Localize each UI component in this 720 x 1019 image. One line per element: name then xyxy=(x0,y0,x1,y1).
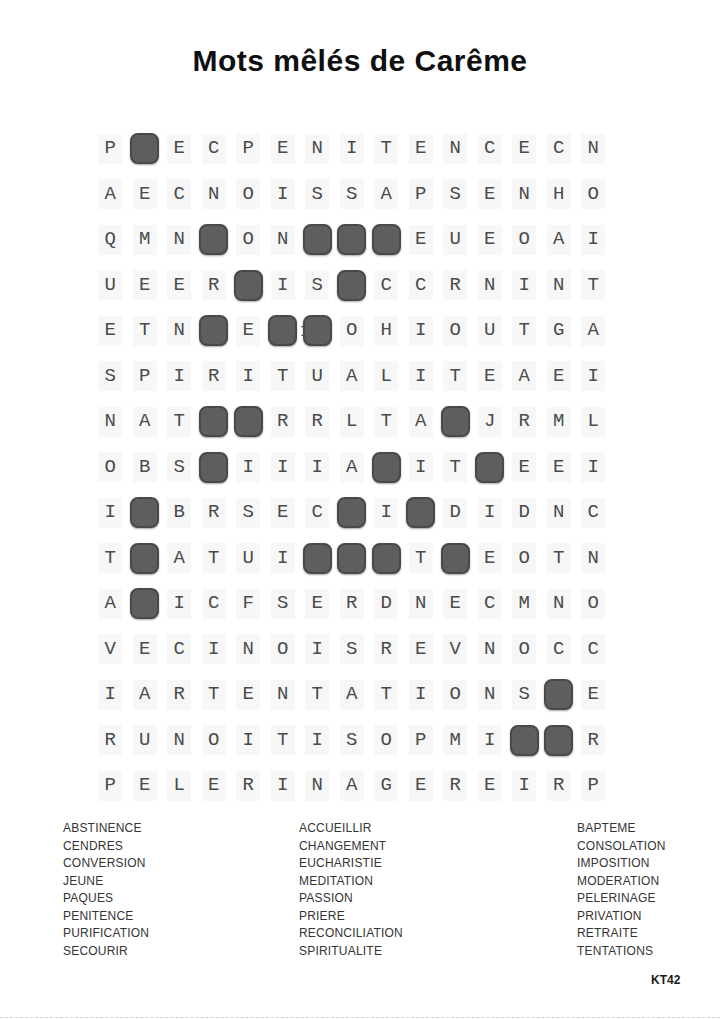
grid-cell[interactable] xyxy=(369,536,404,582)
grid-letter: I xyxy=(236,725,260,755)
grid-cell[interactable]: E xyxy=(128,263,163,309)
grid-letter: I xyxy=(305,452,329,482)
grid-cell[interactable] xyxy=(335,217,370,263)
grid-cell[interactable]: T xyxy=(369,126,404,172)
grid-letter: E xyxy=(271,134,295,164)
grid-cell[interactable]: N xyxy=(162,217,197,263)
grid-cell[interactable]: I xyxy=(162,354,197,400)
grid-letter: N xyxy=(512,179,536,209)
grid-cell[interactable]: N xyxy=(438,126,473,172)
grid-cell[interactable] xyxy=(438,399,473,445)
grid-cell[interactable]: I xyxy=(93,490,128,536)
word-list-item: PELERINAGE xyxy=(577,890,666,908)
grid-letter: O xyxy=(512,634,536,664)
grid-cell[interactable]: Q xyxy=(93,217,128,263)
grid-cell[interactable]: D xyxy=(369,581,404,627)
grid-letter: N xyxy=(167,225,191,255)
grid-cell[interactable] xyxy=(300,217,335,263)
grid-cell[interactable]: N xyxy=(300,126,335,172)
grid-cell[interactable]: C xyxy=(162,627,197,673)
grid-cell[interactable]: R xyxy=(438,763,473,809)
grid-letter: T xyxy=(409,543,433,573)
grid-letter: I xyxy=(409,452,433,482)
word-list-column: ACCUEILLIRCHANGEMENTEUCHARISTIEMEDITATIO… xyxy=(299,820,403,960)
grid-cell[interactable] xyxy=(197,308,232,354)
grid-cell[interactable]: S xyxy=(438,172,473,218)
grid-cell[interactable]: C xyxy=(576,490,611,536)
grid-cell[interactable]: I xyxy=(404,354,439,400)
blocked-cell-marker xyxy=(130,588,159,619)
grid-cell[interactable]: N xyxy=(542,581,577,627)
grid-cell[interactable]: I xyxy=(266,263,301,309)
grid-letter: O xyxy=(98,452,122,482)
grid-cell[interactable]: A xyxy=(335,763,370,809)
grid-cell[interactable]: C xyxy=(369,263,404,309)
grid-cell[interactable]: E xyxy=(473,536,508,582)
grid-letter: I xyxy=(271,543,295,573)
grid-cell[interactable]: M xyxy=(128,217,163,263)
grid-cell[interactable]: A xyxy=(93,172,128,218)
grid-cell[interactable]: R xyxy=(576,718,611,764)
grid-cell[interactable]: I xyxy=(473,490,508,536)
grid-cell[interactable]: S xyxy=(507,672,542,718)
grid-cell[interactable]: A xyxy=(93,581,128,627)
grid-cell[interactable] xyxy=(231,263,266,309)
grid-cell[interactable]: S xyxy=(231,490,266,536)
grid-cell[interactable]: S xyxy=(300,263,335,309)
grid-cell[interactable]: 1 xyxy=(300,308,335,354)
grid-cell[interactable]: N xyxy=(542,263,577,309)
grid-cell[interactable]: E xyxy=(404,763,439,809)
grid-cell[interactable]: M xyxy=(438,718,473,764)
grid-cell[interactable]: I xyxy=(576,217,611,263)
grid-cell[interactable]: U xyxy=(128,718,163,764)
grid-letter: A xyxy=(374,179,398,209)
grid-cell[interactable]: L xyxy=(369,354,404,400)
grid-cell[interactable]: M xyxy=(507,581,542,627)
grid-letter: D xyxy=(443,498,467,528)
blocked-cell-marker xyxy=(372,452,401,483)
grid-letter: S xyxy=(236,498,260,528)
grid-cell[interactable]: A xyxy=(542,217,577,263)
word-list-item: MEDITATION xyxy=(299,873,403,891)
grid-cell[interactable]: S xyxy=(162,445,197,491)
grid-letter: P xyxy=(409,179,433,209)
grid-cell[interactable]: E xyxy=(231,308,266,354)
grid-letter: S xyxy=(305,270,329,300)
grid-cell[interactable]: T xyxy=(438,354,473,400)
word-list-column: BAPTEMECONSOLATIONIMPOSITIONMODERATIONPE… xyxy=(577,820,666,960)
grid-cell[interactable]: T xyxy=(404,536,439,582)
grid-cell[interactable] xyxy=(128,581,163,627)
grid-cell[interactable]: C xyxy=(576,627,611,673)
grid-cell[interactable]: E xyxy=(473,354,508,400)
grid-cell[interactable]: N xyxy=(576,536,611,582)
grid-cell[interactable]: N xyxy=(231,627,266,673)
grid-cell[interactable]: N xyxy=(542,490,577,536)
grid-cell[interactable]: R xyxy=(266,399,301,445)
grid-cell[interactable]: I xyxy=(231,354,266,400)
grid-cell[interactable]: R xyxy=(369,627,404,673)
grid-cell[interactable]: T xyxy=(128,308,163,354)
grid-cell[interactable]: D xyxy=(507,490,542,536)
grid-cell[interactable]: T xyxy=(197,672,232,718)
grid-letter: H xyxy=(547,179,571,209)
grid-cell[interactable]: R xyxy=(507,399,542,445)
grid-cell[interactable]: R xyxy=(335,581,370,627)
grid-cell[interactable]: C xyxy=(300,490,335,536)
blocked-cell-marker xyxy=(406,497,435,528)
grid-cell[interactable]: H xyxy=(369,308,404,354)
grid-letter: A xyxy=(547,225,571,255)
grid-cell[interactable]: P xyxy=(576,763,611,809)
grid-cell[interactable]: J xyxy=(473,399,508,445)
blocked-cell-marker xyxy=(199,224,228,255)
grid-cell[interactable]: A xyxy=(128,672,163,718)
grid-cell[interactable]: O xyxy=(197,718,232,764)
grid-cell[interactable]: C xyxy=(542,126,577,172)
grid-cell[interactable]: A xyxy=(335,445,370,491)
grid-cell[interactable]: M xyxy=(542,399,577,445)
grid-cell[interactable]: N xyxy=(404,581,439,627)
grid-cell[interactable]: O xyxy=(266,627,301,673)
grid-cell[interactable]: N xyxy=(162,718,197,764)
grid-cell[interactable]: C xyxy=(473,581,508,627)
grid-cell[interactable]: E xyxy=(404,627,439,673)
grid-cell[interactable]: T xyxy=(93,536,128,582)
grid-letter: L xyxy=(581,407,605,437)
grid-cell[interactable]: O xyxy=(507,217,542,263)
grid-cell[interactable]: N xyxy=(473,627,508,673)
grid-cell[interactable]: E xyxy=(542,354,577,400)
word-list: ABSTINENCECENDRESCONVERSIONJEUNEPAQUESPE… xyxy=(0,820,720,970)
grid-cell[interactable]: E xyxy=(128,763,163,809)
blocked-cell-marker xyxy=(372,224,401,255)
grid-cell[interactable]: R xyxy=(438,263,473,309)
grid-letter: H xyxy=(374,316,398,346)
grid-cell[interactable]: U xyxy=(473,308,508,354)
grid-letter: E xyxy=(443,589,467,619)
grid-cell[interactable]: E xyxy=(300,581,335,627)
grid-cell[interactable]: I xyxy=(93,672,128,718)
grid-cell[interactable]: T xyxy=(369,672,404,718)
grid-cell[interactable]: I xyxy=(231,718,266,764)
grid-cell[interactable]: E xyxy=(93,308,128,354)
grid-cell[interactable]: A xyxy=(507,354,542,400)
grid-letter: R xyxy=(202,270,226,300)
grid-cell[interactable]: O xyxy=(438,308,473,354)
grid-cell[interactable]: T xyxy=(162,399,197,445)
grid-cell[interactable]: P xyxy=(93,126,128,172)
grid-cell[interactable]: P xyxy=(231,126,266,172)
grid-cell[interactable] xyxy=(266,308,301,354)
worksheet-page: Mots mêlés de Carême PECPENITENCECNAECNO… xyxy=(0,0,720,1019)
grid-cell[interactable]: E xyxy=(266,490,301,536)
grid-cell[interactable]: R xyxy=(300,399,335,445)
grid-cell[interactable]: O xyxy=(576,172,611,218)
grid-letter: E xyxy=(236,316,260,346)
grid-cell[interactable]: S xyxy=(300,172,335,218)
blocked-cell-marker xyxy=(337,543,366,574)
grid-cell[interactable] xyxy=(404,490,439,536)
grid-cell[interactable]: I xyxy=(266,536,301,582)
grid-cell[interactable]: I xyxy=(473,718,508,764)
grid-letter: A xyxy=(340,452,364,482)
grid-cell[interactable]: T xyxy=(369,399,404,445)
grid-cell[interactable]: O xyxy=(231,172,266,218)
grid-letter: I xyxy=(478,498,502,528)
grid-cell[interactable]: I xyxy=(404,672,439,718)
grid-letter: R xyxy=(374,634,398,664)
grid-cell[interactable]: R xyxy=(197,490,232,536)
blocked-cell-marker xyxy=(199,452,228,483)
grid-cell[interactable]: O xyxy=(576,581,611,627)
grid-cell[interactable]: O xyxy=(335,308,370,354)
grid-cell[interactable]: A xyxy=(576,308,611,354)
grid-cell[interactable]: O xyxy=(369,718,404,764)
grid-cell[interactable]: E xyxy=(542,445,577,491)
grid-cell[interactable]: C xyxy=(197,126,232,172)
grid-cell[interactable]: T xyxy=(300,672,335,718)
grid-cell[interactable] xyxy=(335,490,370,536)
grid-cell[interactable]: S xyxy=(335,718,370,764)
word-list-item: CHANGEMENT xyxy=(299,838,403,856)
grid-cell[interactable] xyxy=(197,217,232,263)
grid-cell[interactable] xyxy=(369,445,404,491)
grid-letter: G xyxy=(547,316,571,346)
grid-cell[interactable]: G xyxy=(542,308,577,354)
grid-cell[interactable]: N xyxy=(300,763,335,809)
grid-cell[interactable]: O xyxy=(231,217,266,263)
grid-cell[interactable]: T xyxy=(576,263,611,309)
word-list-item: JEUNE xyxy=(63,873,149,891)
grid-cell[interactable]: I xyxy=(162,581,197,627)
grid-cell[interactable]: I xyxy=(300,445,335,491)
grid-cell[interactable]: R xyxy=(542,763,577,809)
grid-letter: B xyxy=(167,498,191,528)
grid-cell[interactable]: E xyxy=(438,581,473,627)
grid-cell[interactable]: O xyxy=(93,445,128,491)
grid-cell[interactable]: R xyxy=(197,354,232,400)
grid-cell[interactable]: E xyxy=(266,126,301,172)
blocked-cell-marker xyxy=(372,543,401,574)
grid-cell[interactable]: C xyxy=(473,126,508,172)
grid-cell[interactable]: I xyxy=(266,445,301,491)
word-list-item: SPIRITUALITE xyxy=(299,943,403,961)
grid-cell[interactable]: I xyxy=(197,627,232,673)
grid-cell[interactable]: I xyxy=(507,263,542,309)
grid-cell[interactable]: E xyxy=(162,126,197,172)
grid-cell[interactable]: O xyxy=(507,536,542,582)
grid-cell[interactable]: E xyxy=(404,126,439,172)
blocked-cell-marker xyxy=(303,224,332,255)
blocked-cell-marker xyxy=(199,406,228,437)
blocked-cell-marker xyxy=(510,725,539,756)
grid-cell[interactable]: A xyxy=(369,172,404,218)
word-list-item: TENTATIONS xyxy=(577,943,666,961)
grid-cell[interactable]: U xyxy=(300,354,335,400)
grid-cell[interactable]: I xyxy=(231,445,266,491)
grid-cell[interactable]: E xyxy=(473,172,508,218)
grid-cell[interactable]: H xyxy=(542,172,577,218)
grid-letter: N xyxy=(167,316,191,346)
grid-cell[interactable]: C xyxy=(404,263,439,309)
grid-letter: T xyxy=(374,134,398,164)
grid-cell[interactable]: N xyxy=(162,308,197,354)
grid-cell[interactable]: I xyxy=(507,763,542,809)
grid-letter: A xyxy=(512,361,536,391)
grid-letter: E xyxy=(409,634,433,664)
grid-cell[interactable]: E xyxy=(231,672,266,718)
grid-cell[interactable]: A xyxy=(128,399,163,445)
grid-letter: R xyxy=(167,680,191,710)
grid-letter: E xyxy=(133,634,157,664)
grid-cell[interactable]: I xyxy=(300,718,335,764)
grid-cell[interactable]: T xyxy=(266,354,301,400)
grid-cell[interactable]: P xyxy=(128,354,163,400)
grid-cell[interactable]: C xyxy=(542,627,577,673)
grid-cell[interactable]: S xyxy=(266,581,301,627)
grid-letter: V xyxy=(98,634,122,664)
grid-cell[interactable]: T xyxy=(438,445,473,491)
grid-cell[interactable]: I xyxy=(300,627,335,673)
word-list-item: PRIERE xyxy=(299,908,403,926)
grid-cell[interactable]: U xyxy=(231,536,266,582)
grid-cell[interactable]: A xyxy=(335,672,370,718)
grid-cell[interactable]: B xyxy=(128,445,163,491)
grid-cell[interactable]: P xyxy=(404,172,439,218)
grid-cell[interactable]: T xyxy=(266,718,301,764)
grid-cell[interactable]: N xyxy=(93,399,128,445)
grid-cell[interactable]: D xyxy=(438,490,473,536)
grid-cell[interactable]: E xyxy=(507,445,542,491)
grid-cell[interactable]: E xyxy=(576,672,611,718)
grid-letter: T xyxy=(271,361,295,391)
grid-cell[interactable]: I xyxy=(266,172,301,218)
grid-letter: E xyxy=(236,680,260,710)
grid-cell[interactable]: S xyxy=(93,354,128,400)
grid-cell[interactable]: E xyxy=(128,172,163,218)
grid-cell[interactable]: N xyxy=(266,217,301,263)
grid-cell[interactable]: E xyxy=(473,217,508,263)
grid-cell[interactable]: E xyxy=(128,627,163,673)
grid-cell[interactable]: P xyxy=(93,763,128,809)
grid-cell[interactable] xyxy=(438,536,473,582)
grid-letter: E xyxy=(478,543,502,573)
grid-letter: C xyxy=(167,634,191,664)
grid-cell[interactable] xyxy=(542,672,577,718)
grid-letter: E xyxy=(478,179,502,209)
grid-cell[interactable]: B xyxy=(162,490,197,536)
grid-cell[interactable]: N xyxy=(576,126,611,172)
grid-cell[interactable]: S xyxy=(335,627,370,673)
grid-letter: E xyxy=(512,134,536,164)
grid-cell[interactable] xyxy=(542,718,577,764)
grid-cell[interactable]: U xyxy=(93,263,128,309)
grid-letter: S xyxy=(340,179,364,209)
grid-cell[interactable]: E xyxy=(507,126,542,172)
grid-cell[interactable]: O xyxy=(438,672,473,718)
grid-cell[interactable]: C xyxy=(162,172,197,218)
grid-cell[interactable]: R xyxy=(197,263,232,309)
grid-cell[interactable]: R xyxy=(93,718,128,764)
grid-cell[interactable]: V xyxy=(93,627,128,673)
grid-cell[interactable]: I xyxy=(404,308,439,354)
grid-cell[interactable]: R xyxy=(162,672,197,718)
grid-cell[interactable]: V xyxy=(438,627,473,673)
grid-cell[interactable]: O xyxy=(507,627,542,673)
grid-cell[interactable]: N xyxy=(473,672,508,718)
grid-cell[interactable]: A xyxy=(404,399,439,445)
grid-letter: C xyxy=(167,179,191,209)
grid-cell[interactable]: I xyxy=(576,354,611,400)
grid-cell[interactable] xyxy=(197,399,232,445)
grid-cell[interactable]: L xyxy=(335,399,370,445)
grid-cell[interactable] xyxy=(300,536,335,582)
grid-cell[interactable] xyxy=(335,536,370,582)
grid-cell[interactable]: T xyxy=(542,536,577,582)
grid-letter: E xyxy=(547,361,571,391)
grid-letter: E xyxy=(478,771,502,801)
grid-cell[interactable] xyxy=(507,718,542,764)
grid-cell[interactable]: U xyxy=(438,217,473,263)
grid-cell[interactable] xyxy=(197,445,232,491)
grid-cell[interactable]: P xyxy=(404,718,439,764)
grid-cell[interactable]: N xyxy=(507,172,542,218)
grid-cell[interactable]: I xyxy=(404,445,439,491)
grid-cell[interactable]: I xyxy=(335,126,370,172)
grid-cell[interactable] xyxy=(335,263,370,309)
grid-cell[interactable]: A xyxy=(335,354,370,400)
grid-letter: E xyxy=(167,270,191,300)
blocked-cell-marker xyxy=(441,543,470,574)
grid-letter: O xyxy=(512,543,536,573)
grid-cell[interactable]: L xyxy=(576,399,611,445)
grid-cell[interactable]: E xyxy=(473,763,508,809)
grid-letter: N xyxy=(547,589,571,619)
grid-cell[interactable] xyxy=(231,399,266,445)
grid-cell[interactable]: I xyxy=(369,490,404,536)
grid-cell[interactable] xyxy=(128,536,163,582)
grid-cell[interactable]: F xyxy=(231,581,266,627)
grid-cell[interactable] xyxy=(128,490,163,536)
grid-letter: C xyxy=(478,589,502,619)
grid-letter: O xyxy=(271,634,295,664)
grid-cell[interactable]: E xyxy=(162,263,197,309)
page-bottom-edge xyxy=(0,1017,720,1018)
grid-cell[interactable] xyxy=(473,445,508,491)
grid-cell[interactable]: T xyxy=(507,308,542,354)
grid-cell[interactable]: N xyxy=(197,172,232,218)
grid-cell[interactable]: C xyxy=(197,581,232,627)
grid-cell[interactable]: L xyxy=(162,763,197,809)
grid-cell[interactable]: N xyxy=(266,672,301,718)
grid-cell[interactable]: G xyxy=(369,763,404,809)
grid-cell[interactable]: R xyxy=(231,763,266,809)
grid-cell[interactable]: E xyxy=(197,763,232,809)
word-list-item: CONSOLATION xyxy=(577,838,666,856)
grid-cell[interactable]: A xyxy=(162,536,197,582)
grid-cell[interactable] xyxy=(369,217,404,263)
grid-cell[interactable]: N xyxy=(473,263,508,309)
grid-cell[interactable]: I xyxy=(266,763,301,809)
grid-cell[interactable]: I xyxy=(576,445,611,491)
grid-cell[interactable]: T xyxy=(197,536,232,582)
grid-letter: E xyxy=(133,179,157,209)
grid-cell[interactable]: E xyxy=(404,217,439,263)
grid-cell[interactable] xyxy=(128,126,163,172)
grid-cell[interactable]: S xyxy=(335,172,370,218)
